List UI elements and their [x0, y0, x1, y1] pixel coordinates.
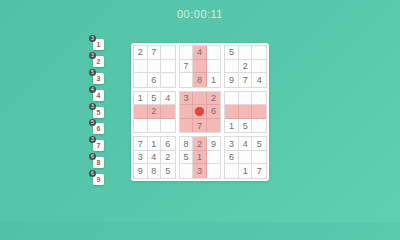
sudoku-cell-r3c3[interactable]: [161, 73, 175, 87]
sudoku-cell-r8c5[interactable]: 1: [193, 151, 207, 165]
number-tile-6[interactable]: 56: [93, 123, 104, 134]
sudoku-cell-r2c7[interactable]: [225, 60, 239, 74]
sudoku-cell-r3c8[interactable]: 7: [239, 73, 253, 87]
number-tile-7[interactable]: 37: [93, 140, 104, 151]
sudoku-box-1: 276: [133, 45, 176, 88]
sudoku-cell-r7c9[interactable]: 5: [252, 137, 266, 151]
remaining-count-badge: 3: [89, 35, 96, 42]
game-timer: 00:00:11: [0, 8, 400, 20]
sudoku-cell-r7c5[interactable]: 2: [193, 137, 207, 151]
remaining-count-badge: 3: [89, 103, 96, 110]
sudoku-cell-r7c8[interactable]: 4: [239, 137, 253, 151]
sudoku-cell-r3c6[interactable]: 1: [207, 73, 221, 87]
sudoku-box-7: 716342985: [133, 136, 176, 179]
sudoku-cell-r3c2[interactable]: 6: [148, 73, 162, 87]
tile-digit: 3: [97, 75, 101, 82]
sudoku-cell-r4c1[interactable]: 1: [134, 92, 148, 106]
sudoku-cell-r5c7[interactable]: [225, 105, 239, 119]
sudoku-cell-r2c5[interactable]: [193, 60, 207, 74]
sudoku-cell-r3c4[interactable]: [180, 73, 194, 87]
number-tile-1[interactable]: 31: [93, 39, 104, 50]
sudoku-cell-r6c1[interactable]: [134, 119, 148, 133]
sudoku-box-9: 345617: [224, 136, 267, 179]
sudoku-cell-r5c5[interactable]: [193, 105, 207, 119]
sudoku-cell-r6c4[interactable]: [180, 119, 194, 133]
sudoku-cell-r2c6[interactable]: [207, 60, 221, 74]
sudoku-cell-r8c9[interactable]: [252, 151, 266, 165]
sudoku-cell-r1c9[interactable]: [252, 46, 266, 60]
tile-digit: 1: [97, 41, 101, 48]
sudoku-cell-r9c1[interactable]: 9: [134, 164, 148, 178]
sudoku-cell-r3c9[interactable]: 4: [252, 73, 266, 87]
sudoku-cell-r5c4[interactable]: [180, 105, 194, 119]
tile-digit: 7: [97, 142, 101, 149]
sudoku-cell-r4c7[interactable]: [225, 92, 239, 106]
remaining-count-badge: 4: [89, 86, 96, 93]
sudoku-cell-r6c6[interactable]: [207, 119, 221, 133]
number-tile-4[interactable]: 44: [93, 90, 104, 101]
tile-digit: 5: [97, 109, 101, 116]
sudoku-cell-r1c8[interactable]: [239, 46, 253, 60]
sudoku-cell-r9c8[interactable]: 1: [239, 164, 253, 178]
remaining-count-badge: 3: [89, 52, 96, 59]
selection-dot-icon: [195, 107, 204, 116]
sudoku-cell-r5c3[interactable]: [161, 105, 175, 119]
sudoku-cell-r7c6[interactable]: 9: [207, 137, 221, 151]
sudoku-cell-r6c8[interactable]: 5: [239, 119, 253, 133]
sudoku-cell-r7c4[interactable]: 8: [180, 137, 194, 151]
sudoku-cell-r9c7[interactable]: [225, 164, 239, 178]
sudoku-cell-r6c3[interactable]: [161, 119, 175, 133]
sudoku-cell-r1c6[interactable]: [207, 46, 221, 60]
sudoku-box-2: 4781: [179, 45, 222, 88]
number-tile-2[interactable]: 32: [93, 56, 104, 67]
sudoku-cell-r7c7[interactable]: 3: [225, 137, 239, 151]
sudoku-cell-r5c8[interactable]: [239, 105, 253, 119]
sudoku-cell-r2c2[interactable]: [148, 60, 162, 74]
tile-digit: 6: [97, 125, 101, 132]
sudoku-cell-r6c5[interactable]: 7: [193, 119, 207, 133]
sudoku-cell-r4c5[interactable]: [193, 92, 207, 106]
sudoku-cell-r8c1[interactable]: 3: [134, 151, 148, 165]
sudoku-cell-r1c5[interactable]: 4: [193, 46, 207, 60]
tile-digit: 9: [97, 176, 101, 183]
sudoku-cell-r1c3[interactable]: [161, 46, 175, 60]
remaining-count-badge: 3: [89, 136, 96, 143]
tile-digit: 4: [97, 92, 101, 99]
remaining-count-badge: 5: [89, 69, 96, 76]
sudoku-box-4: 1542: [133, 91, 176, 134]
sudoku-cell-r5c1[interactable]: [134, 105, 148, 119]
sudoku-cell-r8c2[interactable]: 4: [148, 151, 162, 165]
tile-digit: 8: [97, 159, 101, 166]
sudoku-cell-r7c3[interactable]: 6: [161, 137, 175, 151]
sudoku-cell-r9c9[interactable]: 7: [252, 164, 266, 178]
sudoku-cell-r3c1[interactable]: [134, 73, 148, 87]
sudoku-cell-r9c2[interactable]: 8: [148, 164, 162, 178]
sudoku-cell-r8c6[interactable]: [207, 151, 221, 165]
sudoku-box-8: 829513: [179, 136, 222, 179]
sudoku-cell-r2c1[interactable]: [134, 60, 148, 74]
remaining-count-badge: 6: [89, 170, 96, 177]
sudoku-cell-r4c3[interactable]: 4: [161, 92, 175, 106]
sudoku-cell-r1c7[interactable]: 5: [225, 46, 239, 60]
sudoku-cell-r4c9[interactable]: [252, 92, 266, 106]
sudoku-cell-r4c8[interactable]: [239, 92, 253, 106]
sudoku-cell-r1c4[interactable]: [180, 46, 194, 60]
sudoku-board: 2764781529741542326715716342985829513345…: [131, 43, 269, 181]
sudoku-cell-r9c3[interactable]: 5: [161, 164, 175, 178]
tile-digit: 2: [97, 58, 101, 65]
sudoku-cell-r4c4[interactable]: 3: [180, 92, 194, 106]
number-tile-8[interactable]: 68: [93, 157, 104, 168]
sudoku-cell-r8c7[interactable]: 6: [225, 151, 239, 165]
sudoku-cell-r6c7[interactable]: 1: [225, 119, 239, 133]
sudoku-cell-r4c6[interactable]: 2: [207, 92, 221, 106]
remaining-count-badge: 5: [89, 119, 96, 126]
sudoku-cell-r5c2[interactable]: 2: [148, 105, 162, 119]
sudoku-box-5: 3267: [179, 91, 222, 134]
sudoku-cell-r2c4[interactable]: 7: [180, 60, 194, 74]
number-tile-3[interactable]: 53: [93, 73, 104, 84]
sudoku-cell-r1c2[interactable]: 7: [148, 46, 162, 60]
sudoku-cell-r5c6[interactable]: 6: [207, 105, 221, 119]
sudoku-cell-r2c9[interactable]: [252, 60, 266, 74]
sudoku-cell-r5c9[interactable]: [252, 105, 266, 119]
sudoku-box-3: 52974: [224, 45, 267, 88]
number-tile-9[interactable]: 69: [93, 174, 104, 185]
sudoku-cell-r7c1[interactable]: 7: [134, 137, 148, 151]
sudoku-cell-r8c3[interactable]: 2: [161, 151, 175, 165]
number-pad: 313253443556376869: [93, 39, 105, 185]
sudoku-cell-r2c3[interactable]: [161, 60, 175, 74]
sudoku-box-6: 15: [224, 91, 267, 134]
sudoku-cell-r8c8[interactable]: [239, 151, 253, 165]
sudoku-cell-r9c5[interactable]: 3: [193, 164, 207, 178]
sudoku-cell-r6c9[interactable]: [252, 119, 266, 133]
remaining-count-badge: 6: [89, 153, 96, 160]
number-tile-5[interactable]: 35: [93, 107, 104, 118]
sudoku-cell-r3c5[interactable]: 8: [193, 73, 207, 87]
sudoku-cell-r7c2[interactable]: 1: [148, 137, 162, 151]
sudoku-cell-r1c1[interactable]: 2: [134, 46, 148, 60]
sudoku-cell-r9c6[interactable]: [207, 164, 221, 178]
sudoku-cell-r4c2[interactable]: 5: [148, 92, 162, 106]
sudoku-cell-r9c4[interactable]: [180, 164, 194, 178]
sudoku-cell-r2c8[interactable]: 2: [239, 60, 253, 74]
sudoku-cell-r3c7[interactable]: 9: [225, 73, 239, 87]
sudoku-cell-r6c2[interactable]: [148, 119, 162, 133]
sudoku-cell-r8c4[interactable]: 5: [180, 151, 194, 165]
